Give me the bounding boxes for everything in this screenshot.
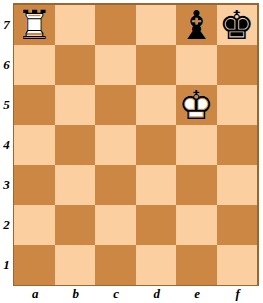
square-c1[interactable]: [95, 245, 136, 285]
file-label-c: c: [96, 286, 137, 302]
file-label-f: f: [218, 286, 259, 302]
square-b2[interactable]: [55, 205, 96, 245]
square-c4[interactable]: [95, 125, 136, 165]
square-f4[interactable]: [217, 125, 258, 165]
square-f1[interactable]: [217, 245, 258, 285]
square-c2[interactable]: [95, 205, 136, 245]
square-a2[interactable]: [14, 205, 55, 245]
piece-white-king-e5[interactable]: ♚♔: [176, 85, 217, 125]
square-b7[interactable]: [55, 5, 96, 45]
file-label-d: d: [137, 286, 178, 302]
file-label-e: e: [177, 286, 218, 302]
square-a5[interactable]: [14, 85, 55, 125]
square-f6[interactable]: [217, 45, 258, 85]
square-c3[interactable]: [95, 165, 136, 205]
square-a4[interactable]: [14, 125, 55, 165]
white-rook-icon: ♖: [16, 5, 52, 45]
square-d3[interactable]: [136, 165, 177, 205]
square-e2[interactable]: [176, 205, 217, 245]
black-bishop-icon: ♝: [178, 5, 214, 45]
chess-board: ♜♖♝♝♚♚♚♔: [13, 3, 259, 286]
piece-white-rook-a7[interactable]: ♜♖: [14, 5, 55, 45]
square-e7[interactable]: ♝♝: [176, 5, 217, 45]
rank-label-1: 1: [0, 245, 13, 285]
file-label-a: a: [15, 286, 56, 302]
square-f2[interactable]: [217, 205, 258, 245]
square-d2[interactable]: [136, 205, 177, 245]
square-e1[interactable]: [176, 245, 217, 285]
square-e5[interactable]: ♚♔: [176, 85, 217, 125]
rank-label-2: 2: [0, 205, 13, 245]
white-king-icon: ♔: [178, 85, 214, 125]
square-f5[interactable]: [217, 85, 258, 125]
square-b4[interactable]: [55, 125, 96, 165]
square-d1[interactable]: [136, 245, 177, 285]
chess-diagram: 7654321 ♜♖♝♝♚♚♚♔ abcdef: [0, 0, 263, 303]
file-labels: abcdef: [15, 286, 258, 302]
square-e3[interactable]: [176, 165, 217, 205]
square-f3[interactable]: [217, 165, 258, 205]
square-d5[interactable]: [136, 85, 177, 125]
square-a6[interactable]: [14, 45, 55, 85]
square-a1[interactable]: [14, 245, 55, 285]
file-label-b: b: [56, 286, 97, 302]
square-e4[interactable]: [176, 125, 217, 165]
square-b1[interactable]: [55, 245, 96, 285]
square-d4[interactable]: [136, 125, 177, 165]
rank-label-6: 6: [0, 45, 13, 85]
square-c6[interactable]: [95, 45, 136, 85]
rank-label-3: 3: [0, 165, 13, 205]
square-e6[interactable]: [176, 45, 217, 85]
square-b5[interactable]: [55, 85, 96, 125]
square-b3[interactable]: [55, 165, 96, 205]
rank-label-4: 4: [0, 125, 13, 165]
square-a3[interactable]: [14, 165, 55, 205]
square-d6[interactable]: [136, 45, 177, 85]
rank-label-5: 5: [0, 85, 13, 125]
rank-label-7: 7: [0, 5, 13, 45]
square-b6[interactable]: [55, 45, 96, 85]
square-c5[interactable]: [95, 85, 136, 125]
black-king-icon: ♚: [219, 5, 255, 45]
square-d7[interactable]: [136, 5, 177, 45]
square-a7[interactable]: ♜♖: [14, 5, 55, 45]
rank-labels: 7654321: [0, 5, 13, 285]
piece-black-king-f7[interactable]: ♚♚: [217, 5, 258, 45]
square-c7[interactable]: [95, 5, 136, 45]
piece-black-bishop-e7[interactable]: ♝♝: [176, 5, 217, 45]
square-f7[interactable]: ♚♚: [217, 5, 258, 45]
